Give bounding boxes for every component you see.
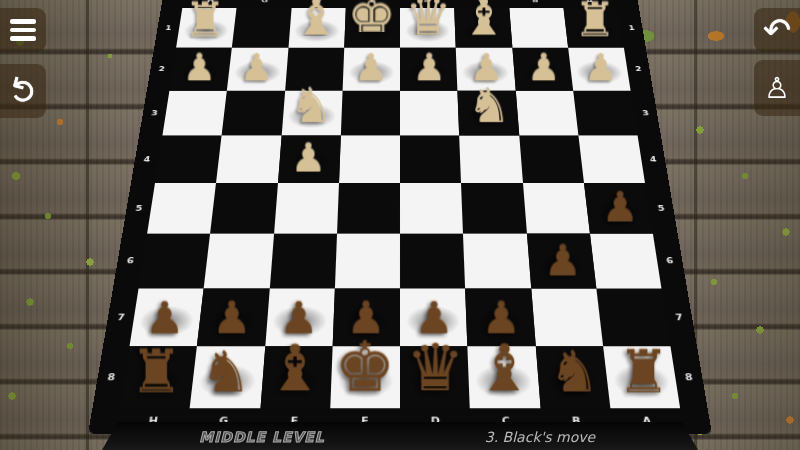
square-d5[interactable] <box>400 183 463 234</box>
piece-white-pawn-d2[interactable]: ♟ <box>412 48 446 86</box>
file-label-top-b: B <box>508 0 564 8</box>
square-g7[interactable]: ♟ <box>197 288 269 346</box>
file-label-top-g: G <box>237 0 293 8</box>
piece-white-knight-c3[interactable]: ♞ <box>467 82 510 130</box>
chessboard: ♜♝♚♛♝♜♟♟♟♟♟♟♟♞♞♟♟♟♟♟♟♟♟♟♜♞♝♚♛♝♞♜HGFEDCBA… <box>88 0 712 434</box>
piece-black-king-e8[interactable]: ♚ <box>334 333 395 401</box>
rank-label-right-6: 6 <box>653 234 687 288</box>
square-a8[interactable]: ♜ <box>603 346 680 408</box>
piece-black-pawn-g7[interactable]: ♟ <box>212 295 251 339</box>
square-d6[interactable] <box>400 234 465 288</box>
square-h8[interactable]: ♜ <box>120 346 197 408</box>
square-d3[interactable] <box>400 90 459 135</box>
piece-black-knight-g8[interactable]: ♞ <box>200 344 251 401</box>
square-b2[interactable]: ♟ <box>512 48 573 90</box>
square-d2[interactable]: ♟ <box>400 48 458 90</box>
square-e6[interactable] <box>335 234 400 288</box>
square-f3[interactable]: ♞ <box>281 90 342 135</box>
rotate-board-icon: ↺ <box>3 73 43 109</box>
square-g4[interactable] <box>216 135 281 183</box>
square-c6[interactable] <box>463 234 530 288</box>
player-button[interactable]: ♙ <box>754 60 800 116</box>
square-c1[interactable]: ♝ <box>454 8 512 48</box>
square-f1[interactable]: ♝ <box>288 8 346 48</box>
level-label: MIDDLE LEVEL <box>199 429 325 445</box>
piece-white-bishop-f1[interactable]: ♝ <box>293 0 339 43</box>
square-a2[interactable]: ♟ <box>568 48 631 90</box>
square-b5[interactable] <box>523 183 590 234</box>
square-d8[interactable]: ♛ <box>400 346 470 408</box>
square-h4[interactable] <box>155 135 222 183</box>
player-pawn-icon: ♙ <box>764 74 790 103</box>
board-front-face: MIDDLE LEVEL 3. Black's move <box>102 422 698 450</box>
square-c5[interactable] <box>461 183 526 234</box>
piece-white-pawn-h2[interactable]: ♟ <box>182 48 216 86</box>
square-g1[interactable] <box>232 8 291 48</box>
square-c3[interactable]: ♞ <box>458 90 519 135</box>
square-b1[interactable] <box>509 8 568 48</box>
piece-white-knight-f3[interactable]: ♞ <box>290 82 333 130</box>
square-b7[interactable] <box>531 288 603 346</box>
square-e1[interactable]: ♚ <box>344 8 400 48</box>
menu-button[interactable] <box>0 8 46 52</box>
piece-white-pawn-a2[interactable]: ♟ <box>584 48 618 86</box>
piece-black-knight-b8[interactable]: ♞ <box>549 344 600 401</box>
square-d1[interactable]: ♛ <box>400 8 456 48</box>
square-a6[interactable] <box>590 234 662 288</box>
undo-icon: ↶ <box>763 13 792 47</box>
rank-label-left-6: 6 <box>113 234 147 288</box>
square-f5[interactable] <box>274 183 339 234</box>
move-label: 3. Black's move <box>485 429 595 445</box>
piece-white-rook-h1[interactable]: ♜ <box>183 0 225 43</box>
piece-white-rook-a1[interactable]: ♜ <box>574 0 616 43</box>
square-h5[interactable] <box>147 183 216 234</box>
piece-black-pawn-a5[interactable]: ♟ <box>602 187 639 228</box>
board-scene: ♜♝♚♛♝♜♟♟♟♟♟♟♟♞♞♟♟♟♟♟♟♟♟♟♜♞♝♚♛♝♞♜HGFEDCBA… <box>0 0 800 450</box>
piece-white-bishop-c1[interactable]: ♝ <box>461 0 507 43</box>
square-f4[interactable]: ♟ <box>278 135 341 183</box>
square-a3[interactable] <box>573 90 638 135</box>
piece-white-pawn-g2[interactable]: ♟ <box>240 48 274 86</box>
rank-label-right-4: 4 <box>638 135 669 183</box>
piece-white-king-e1[interactable]: ♚ <box>348 0 397 43</box>
piece-black-rook-a8[interactable]: ♜ <box>618 342 671 401</box>
square-h6[interactable] <box>139 234 211 288</box>
rotate-board-button[interactable]: ↺ <box>0 64 46 118</box>
square-b3[interactable] <box>515 90 578 135</box>
piece-white-pawn-f4[interactable]: ♟ <box>291 138 327 178</box>
square-b6[interactable]: ♟ <box>526 234 596 288</box>
square-h2[interactable]: ♟ <box>169 48 232 90</box>
square-f8[interactable]: ♝ <box>260 346 332 408</box>
piece-black-pawn-h7[interactable]: ♟ <box>145 295 184 339</box>
square-b4[interactable] <box>519 135 584 183</box>
square-c8[interactable]: ♝ <box>468 346 540 408</box>
piece-black-bishop-f8[interactable]: ♝ <box>267 337 324 401</box>
menu-icon <box>10 19 36 24</box>
square-a1[interactable]: ♜ <box>563 8 624 48</box>
piece-white-pawn-b2[interactable]: ♟ <box>527 48 561 86</box>
square-g3[interactable] <box>222 90 285 135</box>
piece-black-rook-h8[interactable]: ♜ <box>129 342 182 401</box>
piece-black-pawn-b6[interactable]: ♟ <box>544 239 582 282</box>
square-c4[interactable] <box>459 135 522 183</box>
rank-label-left-8: 8 <box>92 346 129 408</box>
piece-white-pawn-e2[interactable]: ♟ <box>354 48 388 86</box>
square-g8[interactable]: ♞ <box>190 346 265 408</box>
undo-button[interactable]: ↶ <box>754 8 800 52</box>
square-f6[interactable] <box>269 234 336 288</box>
square-g5[interactable] <box>210 183 277 234</box>
square-e2[interactable]: ♟ <box>342 48 400 90</box>
square-b8[interactable]: ♞ <box>535 346 610 408</box>
square-a4[interactable] <box>578 135 645 183</box>
square-e4[interactable] <box>339 135 400 183</box>
square-g2[interactable]: ♟ <box>227 48 288 90</box>
piece-black-queen-d8[interactable]: ♛ <box>406 336 464 401</box>
square-a5[interactable]: ♟ <box>584 183 653 234</box>
square-h1[interactable]: ♜ <box>176 8 237 48</box>
piece-black-bishop-c8[interactable]: ♝ <box>476 337 533 401</box>
square-g6[interactable] <box>204 234 274 288</box>
rank-label-right-8: 8 <box>670 346 707 408</box>
piece-white-queen-d1[interactable]: ♛ <box>405 0 452 43</box>
square-e5[interactable] <box>337 183 400 234</box>
rank-label-left-4: 4 <box>131 135 162 183</box>
square-e8[interactable]: ♚ <box>330 346 400 408</box>
square-d4[interactable] <box>400 135 461 183</box>
square-h3[interactable] <box>162 90 227 135</box>
square-e3[interactable] <box>341 90 400 135</box>
